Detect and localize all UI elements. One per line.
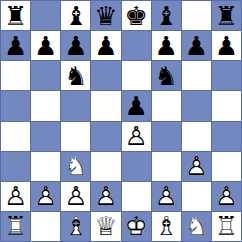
square-d6[interactable]: [91, 61, 120, 90]
square-e6[interactable]: [122, 61, 151, 90]
piece-outline-layer: ♙: [124, 123, 147, 149]
piece-outline-layer: ♙: [64, 183, 87, 209]
piece-black-bishop[interactable]: ♝: [152, 1, 181, 30]
square-d2[interactable]: ♟♙: [91, 182, 120, 211]
piece-outline-layer: ♙: [34, 183, 57, 209]
square-h6[interactable]: [212, 61, 241, 90]
piece-outline-layer: ♙: [4, 183, 27, 209]
piece-white-bishop[interactable]: ♝♗: [61, 212, 90, 241]
square-e2[interactable]: [122, 182, 151, 211]
piece-white-king[interactable]: ♚♔: [122, 212, 151, 241]
piece-white-pawn[interactable]: ♟♙: [31, 182, 60, 211]
square-f7[interactable]: ♟: [152, 31, 181, 60]
square-a4[interactable]: [1, 122, 30, 151]
piece-white-pawn[interactable]: ♟♙: [122, 122, 151, 151]
piece-outline-layer: ♙: [215, 183, 238, 209]
piece-black-pawn[interactable]: ♟: [122, 91, 151, 120]
piece-black-pawn[interactable]: ♟: [91, 31, 120, 60]
square-g5[interactable]: [182, 91, 211, 120]
piece-black-queen[interactable]: ♛: [91, 1, 120, 30]
square-d4[interactable]: [91, 122, 120, 151]
piece-outline-layer: ♕: [94, 213, 117, 239]
square-h2[interactable]: ♟♙: [212, 182, 241, 211]
piece-white-queen[interactable]: ♛♕: [91, 212, 120, 241]
piece-black-pawn[interactable]: ♟: [212, 31, 241, 60]
piece-outline-layer: ♙: [94, 183, 117, 209]
square-b7[interactable]: ♟: [31, 31, 60, 60]
square-f3[interactable]: [152, 152, 181, 181]
square-d7[interactable]: ♟: [91, 31, 120, 60]
square-h8[interactable]: ♜: [212, 1, 241, 30]
square-e1[interactable]: ♚♔: [122, 212, 151, 241]
square-h7[interactable]: ♟: [212, 31, 241, 60]
square-b5[interactable]: [31, 91, 60, 120]
piece-black-knight[interactable]: ♞: [152, 61, 181, 90]
square-c4[interactable]: [61, 122, 90, 151]
square-b8[interactable]: [31, 1, 60, 30]
chess-board: ♜♝♛♚♝♜♟♟♟♟♟♟♟♞♞♟♟♙♞♘♟♙♟♙♟♙♟♙♟♙♟♙♟♙♜♖♝♗♛♕…: [0, 0, 242, 242]
square-g1[interactable]: ♞♘: [182, 212, 211, 241]
square-b6[interactable]: [31, 61, 60, 90]
square-a5[interactable]: [1, 91, 30, 120]
square-e7[interactable]: [122, 31, 151, 60]
square-h3[interactable]: [212, 152, 241, 181]
square-g6[interactable]: [182, 61, 211, 90]
piece-white-pawn[interactable]: ♟♙: [61, 182, 90, 211]
piece-white-bishop[interactable]: ♝♗: [152, 212, 181, 241]
square-f1[interactable]: ♝♗: [152, 212, 181, 241]
square-a3[interactable]: [1, 152, 30, 181]
square-g7[interactable]: ♟: [182, 31, 211, 60]
square-g2[interactable]: [182, 182, 211, 211]
piece-white-pawn[interactable]: ♟♙: [212, 182, 241, 211]
square-d8[interactable]: ♛: [91, 1, 120, 30]
square-c3[interactable]: ♞♘: [61, 152, 90, 181]
piece-black-pawn[interactable]: ♟: [31, 31, 60, 60]
piece-white-knight[interactable]: ♞♘: [182, 212, 211, 241]
square-a7[interactable]: ♟: [1, 31, 30, 60]
piece-white-rook[interactable]: ♜♖: [212, 212, 241, 241]
square-d3[interactable]: [91, 152, 120, 181]
piece-outline-layer: ♗: [155, 213, 178, 239]
square-c6[interactable]: ♞: [61, 61, 90, 90]
square-h4[interactable]: [212, 122, 241, 151]
piece-white-rook[interactable]: ♜♖: [1, 212, 30, 241]
square-b2[interactable]: ♟♙: [31, 182, 60, 211]
piece-black-pawn[interactable]: ♟: [1, 31, 30, 60]
square-e5[interactable]: ♟: [122, 91, 151, 120]
piece-outline-layer: ♔: [124, 213, 147, 239]
piece-outline-layer: ♘: [64, 153, 87, 179]
square-h1[interactable]: ♜♖: [212, 212, 241, 241]
square-f8[interactable]: ♝: [152, 1, 181, 30]
square-h5[interactable]: [212, 91, 241, 120]
piece-black-rook[interactable]: ♜: [212, 1, 241, 30]
piece-outline-layer: ♗: [64, 213, 87, 239]
square-a6[interactable]: [1, 61, 30, 90]
square-b1[interactable]: [31, 212, 60, 241]
square-f4[interactable]: [152, 122, 181, 151]
square-e4[interactable]: ♟♙: [122, 122, 151, 151]
square-f5[interactable]: [152, 91, 181, 120]
piece-outline-layer: ♖: [4, 213, 27, 239]
square-b4[interactable]: [31, 122, 60, 151]
square-c2[interactable]: ♟♙: [61, 182, 90, 211]
square-a2[interactable]: ♟♙: [1, 182, 30, 211]
square-f6[interactable]: ♞: [152, 61, 181, 90]
piece-outline-layer: ♙: [155, 183, 178, 209]
piece-black-bishop[interactable]: ♝: [61, 1, 90, 30]
piece-outline-layer: ♘: [185, 213, 208, 239]
square-g4[interactable]: [182, 122, 211, 151]
square-g8[interactable]: [182, 1, 211, 30]
piece-black-knight[interactable]: ♞: [61, 61, 90, 90]
piece-black-king[interactable]: ♚: [122, 1, 151, 30]
square-a1[interactable]: ♜♖: [1, 212, 30, 241]
square-c7[interactable]: ♟: [61, 31, 90, 60]
square-c8[interactable]: ♝: [61, 1, 90, 30]
square-e8[interactable]: ♚: [122, 1, 151, 30]
piece-black-pawn[interactable]: ♟: [152, 31, 181, 60]
piece-white-pawn[interactable]: ♟♙: [182, 152, 211, 181]
piece-black-pawn[interactable]: ♟: [182, 31, 211, 60]
piece-white-pawn[interactable]: ♟♙: [1, 182, 30, 211]
piece-black-pawn[interactable]: ♟: [61, 31, 90, 60]
square-a8[interactable]: ♜: [1, 1, 30, 30]
piece-outline-layer: ♖: [215, 213, 238, 239]
square-e3[interactable]: [122, 152, 151, 181]
square-f2[interactable]: ♟♙: [152, 182, 181, 211]
square-d1[interactable]: ♛♕: [91, 212, 120, 241]
square-c5[interactable]: [61, 91, 90, 120]
piece-white-knight[interactable]: ♞♘: [61, 152, 90, 181]
square-b3[interactable]: [31, 152, 60, 181]
piece-outline-layer: ♙: [185, 153, 208, 179]
piece-white-pawn[interactable]: ♟♙: [91, 182, 120, 211]
piece-white-pawn[interactable]: ♟♙: [152, 182, 181, 211]
square-g3[interactable]: ♟♙: [182, 152, 211, 181]
square-d5[interactable]: [91, 91, 120, 120]
piece-black-rook[interactable]: ♜: [1, 1, 30, 30]
square-c1[interactable]: ♝♗: [61, 212, 90, 241]
